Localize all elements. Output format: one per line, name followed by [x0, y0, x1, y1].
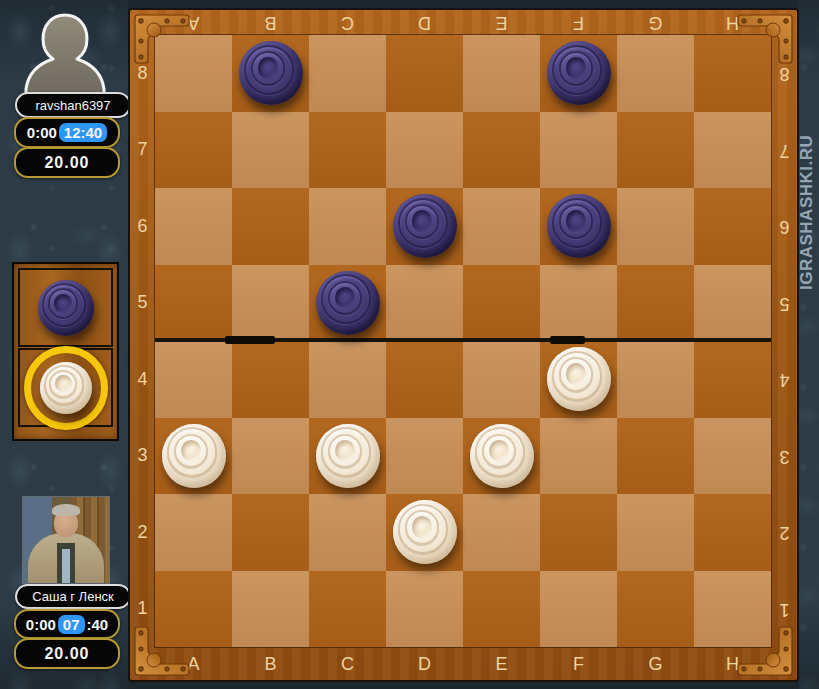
clock-top-active: 12:40 — [59, 123, 107, 142]
square-e2[interactable] — [463, 494, 540, 571]
square-f6[interactable] — [540, 188, 617, 265]
square-e1[interactable] — [463, 571, 540, 648]
coordinate-label: D — [386, 12, 463, 34]
file-labels-top: ABCDEFGH — [155, 12, 771, 34]
coordinate-label: G — [617, 12, 694, 34]
coordinate-label: 6 — [130, 188, 155, 265]
coordinate-label: 5 — [130, 265, 155, 342]
square-f1[interactable] — [540, 571, 617, 648]
coordinate-label: B — [232, 650, 309, 678]
tray-checker-dark[interactable] — [38, 280, 94, 336]
corner-bracket-icon — [133, 13, 191, 65]
coordinate-label: E — [463, 650, 540, 678]
app-window: ravshan6397 0:00 12:40 20.00 Саша г Ленс… — [0, 0, 819, 689]
square-a4[interactable] — [155, 341, 232, 418]
square-d6[interactable] — [386, 188, 463, 265]
square-c2[interactable] — [309, 494, 386, 571]
score-bottom: 20.00 — [14, 638, 120, 669]
tray-checker-light[interactable] — [40, 362, 92, 414]
square-f8[interactable] — [540, 35, 617, 112]
tray-cell-light[interactable] — [18, 348, 113, 427]
tray-cell-dark[interactable] — [18, 268, 113, 347]
square-d2[interactable] — [386, 494, 463, 571]
square-c1[interactable] — [309, 571, 386, 648]
square-b1[interactable] — [232, 571, 309, 648]
square-b3[interactable] — [232, 418, 309, 495]
square-b7[interactable] — [232, 112, 309, 189]
coordinate-label: D — [386, 650, 463, 678]
coordinate-label: G — [617, 650, 694, 678]
square-e3[interactable] — [463, 418, 540, 495]
coordinate-label: 7 — [130, 112, 155, 189]
square-g6[interactable] — [617, 188, 694, 265]
clock-bottom-seconds: :40 — [87, 616, 109, 633]
square-b6[interactable] — [232, 188, 309, 265]
coordinate-label: 3 — [130, 418, 155, 495]
player-name-top: ravshan6397 — [15, 92, 131, 118]
square-c5[interactable] — [309, 265, 386, 342]
seam-notch — [225, 336, 275, 344]
coordinate-label: 4 — [130, 341, 155, 418]
square-e6[interactable] — [463, 188, 540, 265]
seam-notch — [550, 336, 585, 344]
square-e5[interactable] — [463, 265, 540, 342]
corner-bracket-icon — [736, 625, 794, 677]
square-h3[interactable] — [694, 418, 771, 495]
coordinate-label: E — [463, 12, 540, 34]
coordinate-label: 2 — [772, 494, 797, 571]
coordinate-label: 4 — [772, 341, 797, 418]
square-c4[interactable] — [309, 341, 386, 418]
square-e7[interactable] — [463, 112, 540, 189]
square-h4[interactable] — [694, 341, 771, 418]
square-g1[interactable] — [617, 571, 694, 648]
square-h5[interactable] — [694, 265, 771, 342]
square-e8[interactable] — [463, 35, 540, 112]
square-d8[interactable] — [386, 35, 463, 112]
square-h2[interactable] — [694, 494, 771, 571]
square-d3[interactable] — [386, 418, 463, 495]
site-watermark: IGRASHASHKI.RU — [794, 6, 819, 290]
square-d1[interactable] — [386, 571, 463, 648]
square-h7[interactable] — [694, 112, 771, 189]
board-bottom-gap — [128, 679, 799, 689]
square-a5[interactable] — [155, 265, 232, 342]
square-c3[interactable] — [309, 418, 386, 495]
clock-bottom-active: 07 — [58, 615, 85, 634]
square-g5[interactable] — [617, 265, 694, 342]
file-labels-bottom: ABCDEFGH — [155, 650, 771, 678]
square-a6[interactable] — [155, 188, 232, 265]
clock-top: 0:00 12:40 — [14, 117, 120, 148]
player-name-bottom: Саша г Ленск — [15, 584, 131, 609]
square-c8[interactable] — [309, 35, 386, 112]
square-a2[interactable] — [155, 494, 232, 571]
coordinate-label: B — [232, 12, 309, 34]
avatar — [14, 10, 116, 102]
square-d5[interactable] — [386, 265, 463, 342]
coordinate-label: F — [540, 12, 617, 34]
square-f7[interactable] — [540, 112, 617, 189]
square-b8[interactable] — [232, 35, 309, 112]
square-a7[interactable] — [155, 112, 232, 189]
rank-labels-left: 87654321 — [130, 35, 155, 647]
clock-top-main: 0:00 — [27, 124, 57, 141]
square-g8[interactable] — [617, 35, 694, 112]
score-top: 20.00 — [14, 147, 120, 178]
square-d7[interactable] — [386, 112, 463, 189]
coordinate-label: 2 — [130, 494, 155, 571]
square-g7[interactable] — [617, 112, 694, 189]
square-b2[interactable] — [232, 494, 309, 571]
coordinate-label: 3 — [772, 418, 797, 495]
square-g4[interactable] — [617, 341, 694, 418]
checkers-board: ABCDEFGH ABCDEFGH 87654321 87654321 — [130, 10, 797, 680]
square-g3[interactable] — [617, 418, 694, 495]
square-b5[interactable] — [232, 265, 309, 342]
clock-bottom: 0:00 07 :40 — [14, 609, 120, 639]
player-photo — [23, 497, 109, 583]
corner-bracket-icon — [736, 13, 794, 65]
clock-bottom-main: 0:00 — [26, 616, 56, 633]
square-c7[interactable] — [309, 112, 386, 189]
square-g2[interactable] — [617, 494, 694, 571]
coordinate-label: C — [309, 12, 386, 34]
square-f5[interactable] — [540, 265, 617, 342]
square-a3[interactable] — [155, 418, 232, 495]
square-f2[interactable] — [540, 494, 617, 571]
corner-bracket-icon — [133, 625, 191, 677]
piece-tray — [12, 262, 119, 441]
square-f3[interactable] — [540, 418, 617, 495]
square-h6[interactable] — [694, 188, 771, 265]
square-e4[interactable] — [463, 341, 540, 418]
coordinate-label: C — [309, 650, 386, 678]
coordinate-label: F — [540, 650, 617, 678]
square-b4[interactable] — [232, 341, 309, 418]
square-d4[interactable] — [386, 341, 463, 418]
square-f4[interactable] — [540, 341, 617, 418]
square-c6[interactable] — [309, 188, 386, 265]
